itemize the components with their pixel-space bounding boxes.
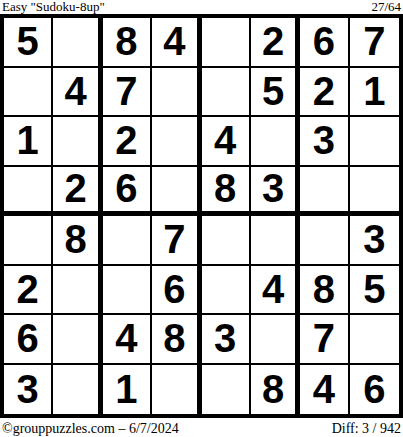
cell-r2c1-empty[interactable] (4, 68, 53, 118)
footer: ©grouppuzzles.com – 6/7/2024 Diff: 3 / 9… (0, 418, 403, 437)
cell-r8c4-empty[interactable] (152, 365, 201, 415)
cell-r2c5-empty[interactable] (202, 68, 251, 118)
cell-r8c1-given: 3 (4, 365, 53, 415)
cell-r8c7-given: 4 (300, 365, 349, 415)
cell-r8c5-empty[interactable] (202, 365, 251, 415)
cell-r3c4-empty[interactable] (152, 117, 201, 167)
cell-r5c2-given: 8 (53, 216, 102, 266)
cell-r1c5-empty[interactable] (202, 18, 251, 68)
cell-r2c4-empty[interactable] (152, 68, 201, 118)
cell-r7c4-given: 8 (152, 315, 201, 365)
sudoku-page: Easy "Sudoku-8up" 27/64 5842674752112432… (0, 0, 403, 437)
cell-r2c2-given: 4 (53, 68, 102, 118)
cell-r7c8-empty[interactable] (350, 315, 399, 365)
cell-r5c7-empty[interactable] (300, 216, 349, 266)
cell-r6c6-given: 4 (251, 266, 300, 316)
cell-r3c1-given: 1 (4, 117, 53, 167)
cell-r7c7-given: 7 (300, 315, 349, 365)
cell-r5c4-given: 7 (152, 216, 201, 266)
header: Easy "Sudoku-8up" 27/64 (0, 0, 403, 14)
cell-r6c5-empty[interactable] (202, 266, 251, 316)
cell-r3c7-given: 3 (300, 117, 349, 167)
cell-r7c3-given: 4 (103, 315, 152, 365)
cell-r1c8-given: 7 (350, 18, 399, 68)
cell-r4c8-empty[interactable] (350, 167, 399, 217)
cell-r1c1-given: 5 (4, 18, 53, 68)
copyright-text: ©grouppuzzles.com – 6/7/2024 (2, 422, 179, 436)
puzzle-title: Easy "Sudoku-8up" (2, 0, 105, 13)
cell-r3c5-given: 4 (202, 117, 251, 167)
cell-r8c6-given: 8 (251, 365, 300, 415)
cell-r4c5-given: 8 (202, 167, 251, 217)
cell-r7c6-empty[interactable] (251, 315, 300, 365)
cell-r1c3-given: 8 (103, 18, 152, 68)
cell-r6c4-given: 6 (152, 266, 201, 316)
cell-r6c2-empty[interactable] (53, 266, 102, 316)
difficulty-text: Diff: 3 / 942 (332, 422, 401, 436)
cell-r5c1-empty[interactable] (4, 216, 53, 266)
cell-r7c2-empty[interactable] (53, 315, 102, 365)
cell-r8c3-given: 1 (103, 365, 152, 415)
cell-r5c5-empty[interactable] (202, 216, 251, 266)
cell-r4c6-given: 3 (251, 167, 300, 217)
cell-r4c4-empty[interactable] (152, 167, 201, 217)
cell-r6c3-empty[interactable] (103, 266, 152, 316)
cell-r5c3-empty[interactable] (103, 216, 152, 266)
puzzle-counter: 27/64 (371, 0, 401, 13)
cell-r2c3-given: 7 (103, 68, 152, 118)
cell-r6c7-given: 8 (300, 266, 349, 316)
cell-r6c8-given: 5 (350, 266, 399, 316)
cell-r4c2-given: 2 (53, 167, 102, 217)
cell-r2c6-given: 5 (251, 68, 300, 118)
cell-r2c8-given: 1 (350, 68, 399, 118)
cell-r6c1-given: 2 (4, 266, 53, 316)
cell-r7c5-given: 3 (202, 315, 251, 365)
cell-r5c8-given: 3 (350, 216, 399, 266)
cell-r3c3-given: 2 (103, 117, 152, 167)
cell-r4c3-given: 6 (103, 167, 152, 217)
cell-r7c1-given: 6 (4, 315, 53, 365)
cell-r1c4-given: 4 (152, 18, 201, 68)
cell-r5c6-empty[interactable] (251, 216, 300, 266)
cell-r3c2-empty[interactable] (53, 117, 102, 167)
cell-r2c7-given: 2 (300, 68, 349, 118)
cell-r1c2-empty[interactable] (53, 18, 102, 68)
cell-r3c6-empty[interactable] (251, 117, 300, 167)
cell-r4c7-empty[interactable] (300, 167, 349, 217)
cell-r1c6-given: 2 (251, 18, 300, 68)
cell-r1c7-given: 6 (300, 18, 349, 68)
cell-r8c8-given: 6 (350, 365, 399, 415)
sudoku-board: 5842674752112432683873264856483731846 (0, 14, 403, 418)
cell-r4c1-empty[interactable] (4, 167, 53, 217)
cell-r3c8-empty[interactable] (350, 117, 399, 167)
cell-r8c2-empty[interactable] (53, 365, 102, 415)
